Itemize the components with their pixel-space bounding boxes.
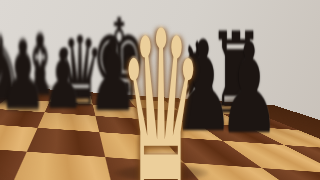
black-pawn-c7: ♟ xyxy=(0,28,47,124)
chessboard-photo-scene: ♝♚♞♛♟♟♟♜♞♟♟♛ xyxy=(0,0,320,180)
black-pawn-d7: ♟ xyxy=(43,39,83,121)
square-d4 xyxy=(8,152,116,180)
white-queen: ♛ xyxy=(118,1,204,180)
black-pawn-h7: ♟ xyxy=(218,26,280,151)
